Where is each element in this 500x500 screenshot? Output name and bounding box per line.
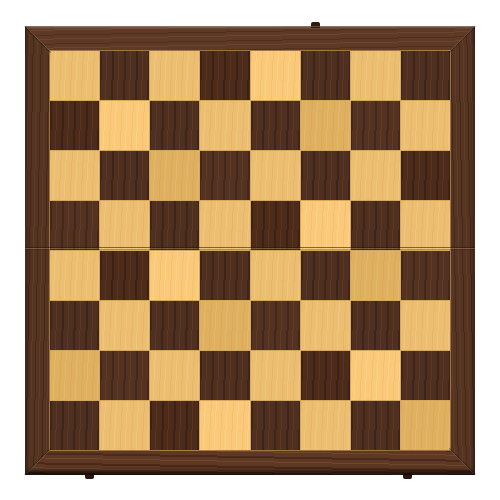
square-g1 bbox=[351, 401, 400, 450]
square-c7 bbox=[150, 101, 199, 150]
square-e1 bbox=[251, 401, 300, 450]
board-frame-top bbox=[25, 26, 475, 51]
square-b5 bbox=[100, 201, 149, 250]
square-g2 bbox=[351, 351, 400, 400]
square-e6 bbox=[251, 151, 300, 200]
photo-background bbox=[0, 0, 500, 500]
chess-board bbox=[25, 26, 475, 475]
hinge-nub bbox=[311, 22, 320, 28]
square-e7 bbox=[251, 101, 300, 150]
square-f2 bbox=[301, 351, 350, 400]
square-d1 bbox=[200, 401, 249, 450]
square-h1 bbox=[401, 401, 450, 450]
square-e2 bbox=[251, 351, 300, 400]
square-b4 bbox=[100, 251, 149, 300]
square-g5 bbox=[351, 201, 400, 250]
square-h8 bbox=[401, 51, 450, 100]
square-e5 bbox=[251, 201, 300, 250]
board-squares-grid bbox=[50, 51, 450, 450]
square-f4 bbox=[301, 251, 350, 300]
square-e8 bbox=[251, 51, 300, 100]
square-h6 bbox=[401, 151, 450, 200]
square-c1 bbox=[150, 401, 199, 450]
square-h4 bbox=[401, 251, 450, 300]
board-foot-right bbox=[403, 473, 412, 479]
square-h5 bbox=[401, 201, 450, 250]
square-h2 bbox=[401, 351, 450, 400]
square-d7 bbox=[200, 101, 249, 150]
square-d4 bbox=[200, 251, 249, 300]
square-g6 bbox=[351, 151, 400, 200]
square-f6 bbox=[301, 151, 350, 200]
square-h3 bbox=[401, 301, 450, 350]
square-b6 bbox=[100, 151, 149, 200]
square-g7 bbox=[351, 101, 400, 150]
square-f7 bbox=[301, 101, 350, 150]
square-f8 bbox=[301, 51, 350, 100]
square-e4 bbox=[251, 251, 300, 300]
square-g8 bbox=[351, 51, 400, 100]
square-a2 bbox=[50, 351, 99, 400]
board-foot-left bbox=[85, 473, 94, 479]
square-a7 bbox=[50, 101, 99, 150]
square-f3 bbox=[301, 301, 350, 350]
square-a1 bbox=[50, 401, 99, 450]
square-c3 bbox=[150, 301, 199, 350]
board-frame-bottom bbox=[25, 450, 475, 475]
square-a8 bbox=[50, 51, 99, 100]
square-c6 bbox=[150, 151, 199, 200]
square-c5 bbox=[150, 201, 199, 250]
square-a6 bbox=[50, 151, 99, 200]
square-c2 bbox=[150, 351, 199, 400]
square-g3 bbox=[351, 301, 400, 350]
square-d6 bbox=[200, 151, 249, 200]
square-d3 bbox=[200, 301, 249, 350]
board-frame-right bbox=[450, 26, 475, 475]
square-b2 bbox=[100, 351, 149, 400]
square-a5 bbox=[50, 201, 99, 250]
square-d5 bbox=[200, 201, 249, 250]
square-e3 bbox=[251, 301, 300, 350]
square-f5 bbox=[301, 201, 350, 250]
square-c4 bbox=[150, 251, 199, 300]
board-frame-left bbox=[25, 26, 50, 475]
square-b1 bbox=[100, 401, 149, 450]
square-b3 bbox=[100, 301, 149, 350]
square-c8 bbox=[150, 51, 199, 100]
square-a3 bbox=[50, 301, 99, 350]
square-d2 bbox=[200, 351, 249, 400]
square-b7 bbox=[100, 101, 149, 150]
square-g4 bbox=[351, 251, 400, 300]
square-b8 bbox=[100, 51, 149, 100]
square-f1 bbox=[301, 401, 350, 450]
square-a4 bbox=[50, 251, 99, 300]
square-h7 bbox=[401, 101, 450, 150]
square-d8 bbox=[200, 51, 249, 100]
